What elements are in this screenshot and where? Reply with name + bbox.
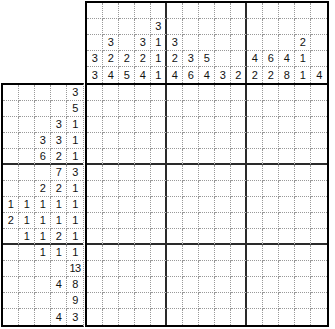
board-cell[interactable] (151, 181, 167, 197)
board-cell[interactable] (279, 293, 295, 309)
clue-cell-empty (247, 3, 263, 19)
board-cell[interactable] (247, 245, 263, 261)
board-cell[interactable] (247, 149, 263, 165)
row-clue: 1 (35, 197, 51, 213)
column-clue: 2 (135, 51, 151, 67)
board-cell[interactable] (183, 101, 199, 117)
clue-cell-empty (119, 19, 135, 35)
board-cell[interactable] (279, 197, 295, 213)
column-clue: 4 (311, 67, 327, 83)
board-cell[interactable] (135, 261, 151, 277)
board-cell[interactable] (87, 117, 103, 133)
board-cell[interactable] (167, 197, 183, 213)
board-cell[interactable] (215, 117, 231, 133)
clue-cell-empty (3, 101, 19, 117)
board-cell[interactable] (311, 309, 327, 325)
board-cell[interactable] (103, 213, 119, 229)
board-cell[interactable] (119, 197, 135, 213)
board-cell[interactable] (279, 149, 295, 165)
board-cell[interactable] (199, 309, 215, 325)
board-cell[interactable] (231, 101, 247, 117)
board-cell[interactable] (263, 277, 279, 293)
board-cell[interactable] (119, 181, 135, 197)
board-cell[interactable] (151, 229, 167, 245)
column-clue: 5 (119, 67, 135, 83)
board-cell[interactable] (279, 133, 295, 149)
board-cell[interactable] (151, 117, 167, 133)
board-cell[interactable] (279, 261, 295, 277)
clue-cell-empty (87, 19, 103, 35)
board-cell[interactable] (247, 117, 263, 133)
column-clue: 1 (295, 67, 311, 83)
board-cell[interactable] (215, 181, 231, 197)
board-cell[interactable] (231, 181, 247, 197)
board-cell[interactable] (215, 261, 231, 277)
board-cell[interactable] (183, 133, 199, 149)
board-cell[interactable] (135, 181, 151, 197)
board-cell[interactable] (263, 293, 279, 309)
board-cell[interactable] (199, 101, 215, 117)
clue-cell-empty (3, 165, 19, 181)
board-cell[interactable] (183, 117, 199, 133)
board-cell[interactable] (183, 149, 199, 165)
board-cell[interactable] (263, 165, 279, 181)
board-cell[interactable] (231, 277, 247, 293)
board-cell[interactable] (295, 85, 311, 101)
clue-cell-empty (3, 181, 19, 197)
board-cell[interactable] (231, 117, 247, 133)
board-cell[interactable] (119, 133, 135, 149)
row-clue: 1 (19, 229, 35, 245)
board-cell[interactable] (231, 133, 247, 149)
clue-cell-empty (231, 3, 247, 19)
board-cell[interactable] (103, 117, 119, 133)
board-cell[interactable] (295, 101, 311, 117)
board-cell[interactable] (279, 277, 295, 293)
board-cell[interactable] (263, 117, 279, 133)
board-cell[interactable] (263, 149, 279, 165)
board-cell[interactable] (311, 165, 327, 181)
board-cell[interactable] (279, 213, 295, 229)
row-clue: 3 (67, 165, 83, 181)
board-cell[interactable] (87, 149, 103, 165)
row-clue: 7 (51, 165, 67, 181)
board-cell[interactable] (247, 101, 263, 117)
board-cell[interactable] (119, 213, 135, 229)
row-clue: 1 (67, 117, 83, 133)
board-cell[interactable] (295, 309, 311, 325)
column-clue: 3 (183, 51, 199, 67)
board-cell[interactable] (167, 149, 183, 165)
clue-cell-empty (35, 261, 51, 277)
board-cell[interactable] (199, 181, 215, 197)
board-cell[interactable] (151, 85, 167, 101)
board-cell[interactable] (311, 181, 327, 197)
board-cell[interactable] (311, 213, 327, 229)
board-cell[interactable] (87, 261, 103, 277)
board-cell[interactable] (135, 277, 151, 293)
board-cell[interactable] (199, 117, 215, 133)
board-cell[interactable] (167, 277, 183, 293)
clue-cell-empty (19, 261, 35, 277)
board-cell[interactable] (279, 245, 295, 261)
board-cell[interactable] (247, 309, 263, 325)
board-cell[interactable] (167, 101, 183, 117)
clue-cell-empty (51, 261, 67, 277)
board-cell[interactable] (295, 293, 311, 309)
board-cell[interactable] (103, 261, 119, 277)
board-cell[interactable] (87, 229, 103, 245)
board-cell[interactable] (183, 85, 199, 101)
row-clue: 1 (35, 245, 51, 261)
clue-cell-empty (87, 3, 103, 19)
board-cell[interactable] (119, 101, 135, 117)
board-cell[interactable] (119, 309, 135, 325)
clue-cell-empty (183, 3, 199, 19)
row-clue: 8 (67, 277, 83, 293)
board-cell[interactable] (103, 85, 119, 101)
board-cell[interactable] (311, 117, 327, 133)
puzzle-board (85, 83, 329, 327)
board-cell[interactable] (295, 197, 311, 213)
board-cell[interactable] (215, 133, 231, 149)
board-cell[interactable] (215, 165, 231, 181)
row-clue: 1 (3, 197, 19, 213)
board-cell[interactable] (295, 277, 311, 293)
board-cell[interactable] (167, 293, 183, 309)
clue-cell-empty (279, 35, 295, 51)
row-clue: 2 (51, 181, 67, 197)
board-cell[interactable] (119, 165, 135, 181)
board-cell[interactable] (151, 293, 167, 309)
column-clues: 333132322212354641345414643222814 (85, 1, 329, 83)
board-cell[interactable] (183, 277, 199, 293)
board-cell[interactable] (295, 245, 311, 261)
board-cell[interactable] (151, 197, 167, 213)
board-cell[interactable] (215, 149, 231, 165)
board-cell[interactable] (311, 261, 327, 277)
board-cell[interactable] (295, 133, 311, 149)
board-cell[interactable] (87, 309, 103, 325)
board-cell[interactable] (135, 133, 151, 149)
clue-cell-empty (183, 35, 199, 51)
board-cell[interactable] (247, 181, 263, 197)
board-cell[interactable] (167, 165, 183, 181)
row-clue: 2 (51, 229, 67, 245)
board-cell[interactable] (215, 293, 231, 309)
board-cell[interactable] (199, 293, 215, 309)
board-cell[interactable] (247, 165, 263, 181)
board-cell[interactable] (311, 101, 327, 117)
board-cell[interactable] (167, 309, 183, 325)
board-cell[interactable] (279, 229, 295, 245)
board-cell[interactable] (199, 149, 215, 165)
board-cell[interactable] (231, 261, 247, 277)
board-cell[interactable] (199, 277, 215, 293)
board-cell[interactable] (151, 165, 167, 181)
board-cell[interactable] (199, 85, 215, 101)
board-cell[interactable] (279, 181, 295, 197)
clue-cell-empty (263, 35, 279, 51)
clue-cell-empty (215, 35, 231, 51)
board-cell[interactable] (151, 101, 167, 117)
board-cell[interactable] (135, 197, 151, 213)
board-cell[interactable] (103, 197, 119, 213)
board-cell[interactable] (311, 245, 327, 261)
board-cell[interactable] (231, 293, 247, 309)
clue-cell-empty (35, 165, 51, 181)
board-cell[interactable] (151, 261, 167, 277)
clue-cell-empty (51, 85, 67, 101)
board-cell[interactable] (215, 213, 231, 229)
board-cell[interactable] (279, 117, 295, 133)
board-cell[interactable] (151, 309, 167, 325)
clue-cell-empty (3, 117, 19, 133)
board-cell[interactable] (135, 213, 151, 229)
board-cell[interactable] (247, 85, 263, 101)
board-cell[interactable] (183, 197, 199, 213)
board-cell[interactable] (199, 229, 215, 245)
board-cell[interactable] (151, 213, 167, 229)
row-clue: 1 (19, 197, 35, 213)
board-cell[interactable] (87, 293, 103, 309)
column-clue: 2 (263, 67, 279, 83)
clue-cell-empty (3, 293, 19, 309)
board-cell[interactable] (263, 85, 279, 101)
board-cell[interactable] (231, 149, 247, 165)
column-clue: 1 (151, 51, 167, 67)
row-clue: 1 (67, 149, 83, 165)
board-cell[interactable] (263, 261, 279, 277)
board-cell[interactable] (311, 149, 327, 165)
board-cell[interactable] (247, 197, 263, 213)
board-cell[interactable] (103, 293, 119, 309)
board-cell[interactable] (167, 181, 183, 197)
board-cell[interactable] (231, 165, 247, 181)
board-cell[interactable] (87, 85, 103, 101)
board-cell[interactable] (103, 277, 119, 293)
row-clue: 1 (67, 181, 83, 197)
board-cell[interactable] (247, 293, 263, 309)
row-clue: 9 (67, 293, 83, 309)
board-cell[interactable] (231, 85, 247, 101)
clue-cell-empty (19, 277, 35, 293)
clue-cell-empty (295, 19, 311, 35)
board-cell[interactable] (231, 213, 247, 229)
board-cell[interactable] (135, 309, 151, 325)
clue-cell-empty (119, 3, 135, 19)
row-clue: 1 (35, 229, 51, 245)
board-cell[interactable] (103, 245, 119, 261)
board-cell[interactable] (231, 309, 247, 325)
board-cell[interactable] (119, 149, 135, 165)
row-clue: 3 (67, 309, 83, 325)
clue-cell-empty (103, 3, 119, 19)
board-cell[interactable] (167, 213, 183, 229)
board-cell[interactable] (231, 197, 247, 213)
board-cell[interactable] (103, 309, 119, 325)
board-cell[interactable] (151, 149, 167, 165)
board-cell[interactable] (119, 261, 135, 277)
clue-cell-empty (247, 19, 263, 35)
board-cell[interactable] (87, 245, 103, 261)
board-cell[interactable] (167, 133, 183, 149)
clue-cell-empty (311, 51, 327, 67)
board-cell[interactable] (183, 309, 199, 325)
clue-cell-empty (19, 309, 35, 325)
board-cell[interactable] (183, 165, 199, 181)
board-cell[interactable] (119, 85, 135, 101)
clue-cell-empty (19, 117, 35, 133)
board-cell[interactable] (199, 245, 215, 261)
board-cell[interactable] (247, 277, 263, 293)
board-cell[interactable] (311, 293, 327, 309)
board-cell[interactable] (247, 213, 263, 229)
clue-cell-empty (3, 309, 19, 325)
board-cell[interactable] (295, 181, 311, 197)
board-cell[interactable] (167, 85, 183, 101)
board-cell[interactable] (183, 261, 199, 277)
column-clue: 3 (87, 67, 103, 83)
board-cell[interactable] (119, 245, 135, 261)
board-cell[interactable] (295, 261, 311, 277)
clue-cell-empty (51, 101, 67, 117)
column-clue: 3 (87, 51, 103, 67)
board-cell[interactable] (215, 245, 231, 261)
row-clue: 1 (19, 213, 35, 229)
board-cell[interactable] (103, 133, 119, 149)
board-cell[interactable] (263, 101, 279, 117)
board-cell[interactable] (167, 117, 183, 133)
board-cell[interactable] (215, 229, 231, 245)
board-cell[interactable] (263, 229, 279, 245)
board-cell[interactable] (119, 117, 135, 133)
clue-cell-empty (35, 117, 51, 133)
board-cell[interactable] (87, 165, 103, 181)
board-cell[interactable] (295, 229, 311, 245)
board-cell[interactable] (199, 165, 215, 181)
board-cell[interactable] (247, 133, 263, 149)
board-cell[interactable] (87, 181, 103, 197)
board-cell[interactable] (103, 181, 119, 197)
board-cell[interactable] (135, 245, 151, 261)
board-cell[interactable] (263, 245, 279, 261)
board-cell[interactable] (135, 85, 151, 101)
board-cell[interactable] (311, 197, 327, 213)
board-cell[interactable] (279, 309, 295, 325)
board-cell[interactable] (279, 85, 295, 101)
clue-cell-empty (87, 35, 103, 51)
board-cell[interactable] (231, 245, 247, 261)
row-clue: 4 (51, 277, 67, 293)
board-cell[interactable] (295, 149, 311, 165)
clue-cell-empty (311, 35, 327, 51)
board-cell[interactable] (183, 245, 199, 261)
board-cell[interactable] (119, 277, 135, 293)
board-cell[interactable] (151, 245, 167, 261)
board-cell[interactable] (119, 229, 135, 245)
board-cell[interactable] (199, 133, 215, 149)
board-cell[interactable] (183, 213, 199, 229)
board-cell[interactable] (103, 229, 119, 245)
board-cell[interactable] (119, 293, 135, 309)
board-cell[interactable] (247, 229, 263, 245)
board-cell[interactable] (263, 213, 279, 229)
board-cell[interactable] (199, 213, 215, 229)
board-cell[interactable] (151, 277, 167, 293)
board-cell[interactable] (135, 165, 151, 181)
board-cell[interactable] (311, 229, 327, 245)
board-cell[interactable] (279, 101, 295, 117)
board-cell[interactable] (215, 197, 231, 213)
board-cell[interactable] (199, 261, 215, 277)
board-cell[interactable] (135, 101, 151, 117)
board-cell[interactable] (103, 101, 119, 117)
board-cell[interactable] (183, 229, 199, 245)
column-clue: 2 (103, 51, 119, 67)
row-clue: 1 (51, 213, 67, 229)
clue-cell-empty (295, 3, 311, 19)
clue-cell-empty (135, 19, 151, 35)
board-cell[interactable] (135, 229, 151, 245)
clue-cell-empty (199, 19, 215, 35)
board-cell[interactable] (215, 277, 231, 293)
board-cell[interactable] (263, 309, 279, 325)
board-cell[interactable] (247, 261, 263, 277)
board-cell[interactable] (167, 229, 183, 245)
board-cell[interactable] (167, 261, 183, 277)
board-cell[interactable] (87, 101, 103, 117)
board-cell[interactable] (295, 165, 311, 181)
board-cell[interactable] (103, 165, 119, 181)
board-cell[interactable] (263, 197, 279, 213)
clue-cell-empty (51, 293, 67, 309)
board-cell[interactable] (199, 197, 215, 213)
board-cell[interactable] (167, 245, 183, 261)
board-cell[interactable] (311, 85, 327, 101)
board-cell[interactable] (295, 213, 311, 229)
board-cell[interactable] (151, 133, 167, 149)
board-cell[interactable] (311, 277, 327, 293)
board-cell[interactable] (183, 293, 199, 309)
board-cell[interactable] (87, 277, 103, 293)
board-cell[interactable] (279, 165, 295, 181)
board-cell[interactable] (103, 149, 119, 165)
row-clue: 4 (51, 309, 67, 325)
board-cell[interactable] (311, 133, 327, 149)
board-cell[interactable] (263, 181, 279, 197)
column-clue: 2 (295, 35, 311, 51)
board-cell[interactable] (87, 197, 103, 213)
board-cell[interactable] (263, 133, 279, 149)
row-clue: 3 (51, 117, 67, 133)
board-cell[interactable] (215, 309, 231, 325)
board-cell[interactable] (135, 293, 151, 309)
clue-cell-empty (35, 293, 51, 309)
board-cell[interactable] (87, 213, 103, 229)
board-cell[interactable] (135, 117, 151, 133)
column-clue: 8 (279, 67, 295, 83)
board-cell[interactable] (215, 85, 231, 101)
clue-cell-empty (3, 149, 19, 165)
clue-cell-empty (35, 85, 51, 101)
board-cell[interactable] (295, 117, 311, 133)
board-cell[interactable] (135, 149, 151, 165)
board-cell[interactable] (183, 181, 199, 197)
board-cell[interactable] (215, 101, 231, 117)
board-cell[interactable] (231, 229, 247, 245)
board-cell[interactable] (87, 133, 103, 149)
